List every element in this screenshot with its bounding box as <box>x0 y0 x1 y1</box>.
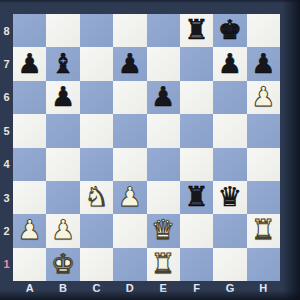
square-b4[interactable] <box>46 148 79 181</box>
square-e1[interactable]: ♜ <box>147 248 180 281</box>
square-g7[interactable]: ♟ <box>213 47 246 80</box>
black-pawn-piece[interactable]: ♟ <box>151 83 175 110</box>
square-e3[interactable] <box>147 181 180 214</box>
black-pawn-piece[interactable]: ♟ <box>18 50 42 77</box>
square-f8[interactable]: ♜ <box>180 14 213 47</box>
square-h3[interactable] <box>247 181 280 214</box>
square-h7[interactable]: ♟ <box>247 47 280 80</box>
white-pawn-piece[interactable]: ♟ <box>118 183 142 210</box>
white-rook-piece[interactable]: ♜ <box>251 216 275 243</box>
square-g2[interactable] <box>213 214 246 247</box>
rank-label-7: 7 <box>0 47 13 80</box>
frame-top-shading <box>0 0 300 3</box>
square-h2[interactable]: ♜ <box>247 214 280 247</box>
square-e8[interactable] <box>147 14 180 47</box>
square-e7[interactable] <box>147 47 180 80</box>
white-rook-piece[interactable]: ♜ <box>151 250 175 277</box>
rank-label-5: 5 <box>0 114 13 147</box>
square-h1[interactable] <box>247 248 280 281</box>
square-d2[interactable] <box>113 214 146 247</box>
square-a2[interactable]: ♟ <box>13 214 46 247</box>
rank-label-2: 2 <box>0 214 13 247</box>
square-b6[interactable]: ♟ <box>46 81 79 114</box>
square-f5[interactable] <box>180 114 213 147</box>
chess-diagram: ♜♚♟♝♟♟♟♟♟♟♞♟♜♛♟♟♛♜♚♜ 87654321 ABCDEFGH <box>0 0 300 300</box>
square-f4[interactable] <box>180 148 213 181</box>
square-c6[interactable] <box>80 81 113 114</box>
file-label-f: F <box>180 281 213 297</box>
rank-coordinates: 87654321 <box>0 14 13 281</box>
square-a3[interactable] <box>13 181 46 214</box>
square-c5[interactable] <box>80 114 113 147</box>
square-f1[interactable] <box>180 248 213 281</box>
white-pawn-piece[interactable]: ♟ <box>51 216 75 243</box>
black-pawn-piece[interactable]: ♟ <box>118 50 142 77</box>
square-g6[interactable] <box>213 81 246 114</box>
square-b7[interactable]: ♝ <box>46 47 79 80</box>
square-h5[interactable] <box>247 114 280 147</box>
file-label-e: E <box>147 281 180 297</box>
square-g3[interactable]: ♛ <box>213 181 246 214</box>
square-d1[interactable] <box>113 248 146 281</box>
square-a4[interactable] <box>13 148 46 181</box>
square-d3[interactable]: ♟ <box>113 181 146 214</box>
square-f6[interactable] <box>180 81 213 114</box>
square-c3[interactable]: ♞ <box>80 181 113 214</box>
black-queen-piece[interactable]: ♛ <box>218 183 242 210</box>
black-king-piece[interactable]: ♚ <box>218 16 242 43</box>
square-d6[interactable] <box>113 81 146 114</box>
square-c2[interactable] <box>80 214 113 247</box>
square-f7[interactable] <box>180 47 213 80</box>
black-rook-piece[interactable]: ♜ <box>184 16 208 43</box>
white-king-piece[interactable]: ♚ <box>51 250 75 277</box>
black-rook-piece[interactable]: ♜ <box>184 183 208 210</box>
file-label-g: G <box>213 281 246 297</box>
file-coordinates: ABCDEFGH <box>13 281 280 297</box>
square-c1[interactable] <box>80 248 113 281</box>
square-b2[interactable]: ♟ <box>46 214 79 247</box>
file-label-a: A <box>13 281 46 297</box>
frame-right-shadow <box>282 0 300 300</box>
square-h6[interactable]: ♟ <box>247 81 280 114</box>
white-pawn-piece[interactable]: ♟ <box>18 216 42 243</box>
square-a7[interactable]: ♟ <box>13 47 46 80</box>
square-f3[interactable]: ♜ <box>180 181 213 214</box>
square-c8[interactable] <box>80 14 113 47</box>
square-c4[interactable] <box>80 148 113 181</box>
white-pawn-piece[interactable]: ♟ <box>251 83 275 110</box>
chess-board: ♜♚♟♝♟♟♟♟♟♟♞♟♜♛♟♟♛♜♚♜ <box>13 14 280 281</box>
black-bishop-piece[interactable]: ♝ <box>51 50 75 77</box>
black-pawn-piece[interactable]: ♟ <box>218 50 242 77</box>
square-b3[interactable] <box>46 181 79 214</box>
square-d5[interactable] <box>113 114 146 147</box>
rank-label-4: 4 <box>0 148 13 181</box>
file-label-d: D <box>113 281 146 297</box>
white-queen-piece[interactable]: ♛ <box>151 216 175 243</box>
square-c7[interactable] <box>80 47 113 80</box>
square-g5[interactable] <box>213 114 246 147</box>
square-a6[interactable] <box>13 81 46 114</box>
square-g1[interactable] <box>213 248 246 281</box>
rank-label-1: 1 <box>0 248 13 281</box>
square-e6[interactable]: ♟ <box>147 81 180 114</box>
square-d4[interactable] <box>113 148 146 181</box>
square-b1[interactable]: ♚ <box>46 248 79 281</box>
black-pawn-piece[interactable]: ♟ <box>251 50 275 77</box>
square-a5[interactable] <box>13 114 46 147</box>
square-b8[interactable] <box>46 14 79 47</box>
square-f2[interactable] <box>180 214 213 247</box>
square-e4[interactable] <box>147 148 180 181</box>
square-d7[interactable]: ♟ <box>113 47 146 80</box>
square-a8[interactable] <box>13 14 46 47</box>
white-knight-piece[interactable]: ♞ <box>84 183 108 210</box>
square-b5[interactable] <box>46 114 79 147</box>
rank-label-8: 8 <box>0 14 13 47</box>
square-g4[interactable] <box>213 148 246 181</box>
square-e2[interactable]: ♛ <box>147 214 180 247</box>
file-label-b: B <box>46 281 79 297</box>
square-g8[interactable]: ♚ <box>213 14 246 47</box>
rank-label-3: 3 <box>0 181 13 214</box>
file-label-h: H <box>247 281 280 297</box>
square-h4[interactable] <box>247 148 280 181</box>
black-pawn-piece[interactable]: ♟ <box>51 83 75 110</box>
square-e5[interactable] <box>147 114 180 147</box>
square-h8[interactable] <box>247 14 280 47</box>
square-d8[interactable] <box>113 14 146 47</box>
rank-label-6: 6 <box>0 81 13 114</box>
file-label-c: C <box>80 281 113 297</box>
square-a1[interactable] <box>13 248 46 281</box>
